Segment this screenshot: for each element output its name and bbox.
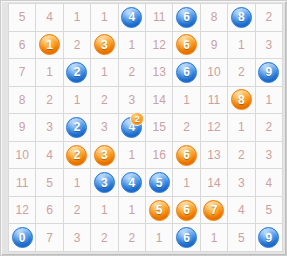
cell-r4-c4: 2 bbox=[91, 87, 117, 114]
ball-number: 0 bbox=[19, 231, 26, 245]
omission-count: 3 bbox=[101, 121, 108, 133]
cell-r6-c5: 1 bbox=[119, 142, 145, 169]
cell-r5-c1: 9 bbox=[9, 114, 35, 141]
lottery-ball-blue: 4 bbox=[121, 172, 142, 193]
lottery-ball-blue: 4 bbox=[121, 7, 142, 28]
omission-count: 1 bbox=[128, 204, 135, 216]
omission-count: 1 bbox=[46, 66, 53, 78]
lottery-ball-orange: 6 bbox=[176, 200, 197, 221]
ball-number: 3 bbox=[101, 38, 108, 52]
cell-r4-c8: 11 bbox=[201, 87, 227, 114]
ball-number: 3 bbox=[101, 148, 108, 162]
ball-number: 6 bbox=[183, 231, 190, 245]
cell-r2-c10: 3 bbox=[256, 32, 282, 59]
cell-r5-c8: 12 bbox=[201, 114, 227, 141]
cell-r8-c7: 6 bbox=[173, 197, 199, 224]
cell-r5-c2: 3 bbox=[36, 114, 62, 141]
cell-r1-c5: 4 bbox=[119, 4, 145, 31]
omission-count: 4 bbox=[265, 177, 272, 189]
cell-r4-c10: 1 bbox=[256, 87, 282, 114]
cell-r3-c5: 2 bbox=[119, 59, 145, 86]
cell-r4-c1: 8 bbox=[9, 87, 35, 114]
ball-number: 5 bbox=[156, 176, 163, 190]
ball-number: 8 bbox=[238, 10, 245, 24]
omission-count: 3 bbox=[238, 177, 245, 189]
lottery-ball-orange: 3 bbox=[94, 145, 115, 166]
cell-r8-c3: 2 bbox=[64, 197, 90, 224]
cell-r9-c9: 5 bbox=[228, 224, 254, 251]
cell-r8-c5: 1 bbox=[119, 197, 145, 224]
cell-r2-c2: 1 bbox=[36, 32, 62, 59]
cell-r2-c6: 12 bbox=[146, 32, 172, 59]
cell-r3-c2: 1 bbox=[36, 59, 62, 86]
cell-r6-c3: 2 bbox=[64, 142, 90, 169]
cell-r7-c3: 1 bbox=[64, 169, 90, 196]
lottery-ball-blue: 2 bbox=[66, 117, 87, 138]
cell-r9-c3: 3 bbox=[64, 224, 90, 251]
omission-count: 1 bbox=[101, 204, 108, 216]
omission-count: 8 bbox=[211, 11, 218, 23]
cell-r5-c5: 42 bbox=[119, 114, 145, 141]
omission-count: 8 bbox=[19, 94, 26, 106]
cell-r4-c6: 14 bbox=[146, 87, 172, 114]
omission-count: 12 bbox=[153, 39, 166, 51]
cell-r6-c7: 6 bbox=[173, 142, 199, 169]
omission-count: 9 bbox=[211, 39, 218, 51]
ball-number: 6 bbox=[183, 65, 190, 79]
omission-count: 13 bbox=[207, 149, 220, 161]
lottery-ball-blue: 42 bbox=[121, 117, 142, 138]
cell-r8-c10: 5 bbox=[256, 197, 282, 224]
omission-count: 1 bbox=[183, 94, 190, 106]
omission-count: 11 bbox=[16, 177, 28, 189]
omission-count: 1 bbox=[156, 232, 163, 244]
cell-r7-c4: 3 bbox=[91, 169, 117, 196]
omission-count: 1 bbox=[74, 11, 81, 23]
omission-count: 1 bbox=[128, 39, 135, 51]
cell-r6-c2: 4 bbox=[36, 142, 62, 169]
cell-r1-c8: 8 bbox=[201, 4, 227, 31]
omission-count: 6 bbox=[19, 39, 26, 51]
omission-count: 2 bbox=[74, 204, 81, 216]
cell-r4-c7: 1 bbox=[173, 87, 199, 114]
cell-r3-c1: 7 bbox=[9, 59, 35, 86]
omission-count: 10 bbox=[16, 149, 29, 161]
cell-r8-c2: 6 bbox=[36, 197, 62, 224]
lottery-ball-orange: 2 bbox=[66, 145, 87, 166]
cell-r4-c3: 1 bbox=[64, 87, 90, 114]
cell-r7-c9: 3 bbox=[228, 169, 254, 196]
omission-count: 1 bbox=[101, 11, 108, 23]
cell-r9-c5: 2 bbox=[119, 224, 145, 251]
omission-count: 11 bbox=[208, 94, 220, 106]
omission-count: 5 bbox=[46, 177, 53, 189]
omission-count: 10 bbox=[207, 66, 220, 78]
cell-r5-c10: 2 bbox=[256, 114, 282, 141]
cell-r9-c4: 2 bbox=[91, 224, 117, 251]
omission-count: 2 bbox=[265, 11, 272, 23]
lottery-ball-blue: 5 bbox=[149, 172, 170, 193]
cell-r8-c8: 7 bbox=[201, 197, 227, 224]
omission-count: 1 bbox=[128, 149, 135, 161]
omission-count: 4 bbox=[46, 11, 53, 23]
lottery-ball-blue: 0 bbox=[12, 227, 33, 248]
lottery-ball-orange: 6 bbox=[176, 34, 197, 55]
cell-r4-c2: 2 bbox=[36, 87, 62, 114]
lottery-ball-orange: 8 bbox=[231, 89, 252, 110]
omission-count: 16 bbox=[153, 149, 166, 161]
omission-count: 3 bbox=[128, 94, 135, 106]
omission-count: 12 bbox=[16, 204, 29, 216]
omission-count: 2 bbox=[238, 66, 245, 78]
cell-r5-c4: 3 bbox=[91, 114, 117, 141]
cell-r6-c4: 3 bbox=[91, 142, 117, 169]
cell-r5-c3: 2 bbox=[64, 114, 90, 141]
lottery-ball-blue: 8 bbox=[231, 7, 252, 28]
lottery-ball-blue: 9 bbox=[258, 227, 279, 248]
cell-r7-c8: 14 bbox=[201, 169, 227, 196]
cell-r4-c9: 8 bbox=[228, 87, 254, 114]
cell-r9-c7: 6 bbox=[173, 224, 199, 251]
lottery-ball-blue: 6 bbox=[176, 227, 197, 248]
omission-count: 2 bbox=[238, 149, 245, 161]
omission-count: 2 bbox=[46, 94, 53, 106]
omission-count: 1 bbox=[74, 94, 81, 106]
cell-r3-c8: 10 bbox=[201, 59, 227, 86]
ball-number: 4 bbox=[128, 176, 135, 190]
omission-count: 9 bbox=[19, 121, 26, 133]
cell-r2-c8: 9 bbox=[201, 32, 227, 59]
ball-number: 6 bbox=[183, 38, 190, 52]
cell-r4-c5: 3 bbox=[119, 87, 145, 114]
ball-number: 2 bbox=[74, 65, 81, 79]
omission-count: 7 bbox=[46, 232, 53, 244]
ball-number: 6 bbox=[183, 10, 190, 24]
omission-count: 2 bbox=[74, 39, 81, 51]
lottery-ball-orange: 5 bbox=[149, 200, 170, 221]
ball-number: 6 bbox=[183, 148, 190, 162]
ball-number: 6 bbox=[183, 203, 190, 217]
cell-r7-c5: 4 bbox=[119, 169, 145, 196]
omission-count: 1 bbox=[183, 177, 190, 189]
cell-r2-c1: 6 bbox=[9, 32, 35, 59]
cell-r1-c2: 4 bbox=[36, 4, 62, 31]
cell-r1-c9: 8 bbox=[228, 4, 254, 31]
cell-r6-c10: 3 bbox=[256, 142, 282, 169]
cell-r3-c7: 6 bbox=[173, 59, 199, 86]
omission-count: 5 bbox=[19, 11, 26, 23]
lottery-ball-orange: 1 bbox=[39, 34, 60, 55]
omission-count: 2 bbox=[183, 121, 190, 133]
omission-count: 13 bbox=[153, 66, 166, 78]
omission-count: 2 bbox=[101, 94, 108, 106]
cell-r1-c6: 11 bbox=[146, 4, 172, 31]
cell-r8-c6: 5 bbox=[146, 197, 172, 224]
cell-r5-c9: 1 bbox=[228, 114, 254, 141]
cell-r8-c1: 12 bbox=[9, 197, 35, 224]
lottery-ball-blue: 2 bbox=[66, 62, 87, 83]
omission-count: 1 bbox=[238, 39, 245, 51]
omission-count: 4 bbox=[238, 204, 245, 216]
trend-grid: 5411411688261231126913712121361029821231… bbox=[8, 3, 283, 252]
omission-count: 14 bbox=[153, 94, 166, 106]
cell-r2-c3: 2 bbox=[64, 32, 90, 59]
cell-r7-c10: 4 bbox=[256, 169, 282, 196]
cell-r9-c8: 1 bbox=[201, 224, 227, 251]
cell-r7-c6: 5 bbox=[146, 169, 172, 196]
omission-count: 7 bbox=[19, 66, 26, 78]
cell-r6-c6: 16 bbox=[146, 142, 172, 169]
omission-count: 4 bbox=[46, 149, 53, 161]
omission-count: 1 bbox=[101, 66, 108, 78]
cell-r9-c1: 0 bbox=[9, 224, 35, 251]
cell-r9-c6: 1 bbox=[146, 224, 172, 251]
cell-r5-c7: 2 bbox=[173, 114, 199, 141]
trend-chart-panel: 5411411688261231126913712121361029821231… bbox=[0, 0, 287, 256]
cell-r9-c10: 9 bbox=[256, 224, 282, 251]
cell-r1-c4: 1 bbox=[91, 4, 117, 31]
lottery-ball-blue: 6 bbox=[176, 7, 197, 28]
cell-r2-c7: 6 bbox=[173, 32, 199, 59]
omission-count: 12 bbox=[207, 121, 220, 133]
ball-number: 3 bbox=[101, 176, 108, 190]
ball-number: 8 bbox=[238, 93, 245, 107]
cell-r7-c1: 11 bbox=[9, 169, 35, 196]
ball-number: 9 bbox=[265, 65, 272, 79]
cell-r6-c1: 10 bbox=[9, 142, 35, 169]
cell-r2-c5: 1 bbox=[119, 32, 145, 59]
cell-r1-c3: 1 bbox=[64, 4, 90, 31]
omission-count: 3 bbox=[265, 39, 272, 51]
cell-r3-c9: 2 bbox=[228, 59, 254, 86]
omission-count: 1 bbox=[74, 177, 81, 189]
omission-count: 2 bbox=[101, 232, 108, 244]
lottery-ball-orange: 3 bbox=[94, 34, 115, 55]
omission-count: 14 bbox=[207, 177, 220, 189]
lottery-ball-orange: 7 bbox=[203, 200, 224, 221]
cell-r6-c9: 2 bbox=[228, 142, 254, 169]
cell-r9-c2: 7 bbox=[36, 224, 62, 251]
cell-r1-c10: 2 bbox=[256, 4, 282, 31]
cell-r5-c6: 15 bbox=[146, 114, 172, 141]
lottery-ball-blue: 3 bbox=[94, 172, 115, 193]
cell-r2-c9: 1 bbox=[228, 32, 254, 59]
ball-number: 1 bbox=[46, 38, 53, 52]
ball-number: 4 bbox=[128, 10, 135, 24]
omission-count: 11 bbox=[153, 11, 165, 23]
cell-r7-c2: 5 bbox=[36, 169, 62, 196]
ball-number: 9 bbox=[265, 231, 272, 245]
lottery-ball-orange: 6 bbox=[176, 145, 197, 166]
omission-count: 5 bbox=[265, 204, 272, 216]
omission-count: 6 bbox=[46, 204, 53, 216]
lottery-ball-blue: 9 bbox=[258, 62, 279, 83]
omission-count: 1 bbox=[211, 232, 218, 244]
ball-number: 2 bbox=[74, 148, 81, 162]
omission-count: 2 bbox=[265, 121, 272, 133]
omission-count: 3 bbox=[265, 149, 272, 161]
cell-r7-c7: 1 bbox=[173, 169, 199, 196]
cell-r2-c4: 3 bbox=[91, 32, 117, 59]
repeat-badge: 2 bbox=[130, 112, 144, 126]
cell-r3-c6: 13 bbox=[146, 59, 172, 86]
lottery-ball-blue: 6 bbox=[176, 62, 197, 83]
ball-number: 2 bbox=[74, 120, 81, 134]
cell-r3-c3: 2 bbox=[64, 59, 90, 86]
omission-count: 3 bbox=[74, 232, 81, 244]
ball-number: 7 bbox=[211, 203, 218, 217]
omission-count: 1 bbox=[238, 121, 245, 133]
cell-r3-c10: 9 bbox=[256, 59, 282, 86]
ball-number: 5 bbox=[156, 203, 163, 217]
cell-r3-c4: 1 bbox=[91, 59, 117, 86]
cell-r8-c4: 1 bbox=[91, 197, 117, 224]
omission-count: 5 bbox=[238, 232, 245, 244]
omission-count: 2 bbox=[128, 66, 135, 78]
cell-r1-c1: 5 bbox=[9, 4, 35, 31]
cell-r8-c9: 4 bbox=[228, 197, 254, 224]
omission-count: 1 bbox=[265, 94, 272, 106]
cell-r1-c7: 6 bbox=[173, 4, 199, 31]
omission-count: 2 bbox=[128, 232, 135, 244]
omission-count: 3 bbox=[46, 121, 53, 133]
omission-count: 15 bbox=[153, 121, 166, 133]
cell-r6-c8: 13 bbox=[201, 142, 227, 169]
